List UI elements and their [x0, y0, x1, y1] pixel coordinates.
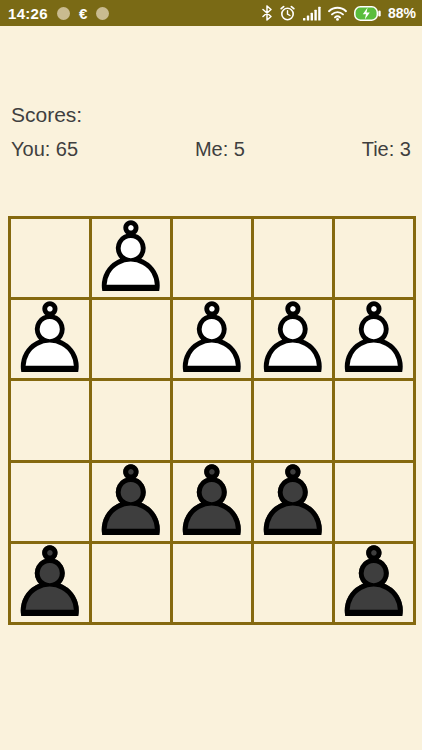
pawn-outline: ♙	[169, 463, 256, 541]
cell-r4c1[interactable]	[11, 463, 89, 541]
pawn-fill: ♟	[169, 300, 256, 378]
pawn-outline: ♙	[88, 219, 175, 297]
wifi-icon	[328, 6, 347, 21]
pawn-fill: ♟	[331, 544, 418, 622]
cell-r5c1[interactable]: ♟♙	[11, 544, 89, 622]
cell-r3c4[interactable]	[254, 381, 332, 459]
bluetooth-icon	[262, 5, 272, 21]
pawn-fill: ♟	[331, 300, 418, 378]
battery-charging-icon	[354, 6, 381, 21]
white-pawn[interactable]: ♟♙	[341, 300, 407, 378]
cell-r4c2[interactable]: ♟♙	[92, 463, 170, 541]
status-bar-left: 14:26 €	[8, 5, 109, 22]
score-me: Me: 5	[195, 138, 245, 161]
black-pawn[interactable]: ♟♙	[341, 544, 407, 622]
cell-r1c4[interactable]	[254, 219, 332, 297]
score-tie: Tie: 3	[362, 138, 411, 161]
cell-r3c1[interactable]	[11, 381, 89, 459]
status-bar: 14:26 €	[0, 0, 422, 26]
score-you: You: 65	[11, 138, 78, 161]
white-pawn[interactable]: ♟♙	[98, 219, 164, 297]
black-pawn[interactable]: ♟♙	[17, 544, 83, 622]
pawn-outline: ♙	[169, 300, 256, 378]
pawn-fill: ♟	[250, 300, 337, 378]
cell-r4c3[interactable]: ♟♙	[173, 463, 251, 541]
cell-r5c2[interactable]	[92, 544, 170, 622]
scores-row: You: 65 Me: 5 Tie: 3	[11, 138, 411, 161]
pawn-outline: ♙	[88, 463, 175, 541]
notification-circle-icon	[57, 7, 70, 20]
battery-percent-text: 88%	[388, 5, 416, 21]
pawn-fill: ♟	[7, 300, 94, 378]
black-pawn[interactable]: ♟♙	[98, 463, 164, 541]
signal-strength-icon	[303, 6, 321, 21]
cell-r2c2[interactable]	[92, 300, 170, 378]
pawn-fill: ♟	[88, 463, 175, 541]
white-pawn[interactable]: ♟♙	[260, 300, 326, 378]
cell-r1c3[interactable]	[173, 219, 251, 297]
pawn-outline: ♙	[331, 544, 418, 622]
pawn-outline: ♙	[250, 463, 337, 541]
board: ♟♙♟♙♟♙♟♙♟♙♟♙♟♙♟♙♟♙♟♙	[8, 216, 416, 625]
pawn-outline: ♙	[331, 300, 418, 378]
pawn-outline: ♙	[7, 300, 94, 378]
euro-notification-icon: €	[79, 5, 87, 22]
black-pawn[interactable]: ♟♙	[260, 463, 326, 541]
alarm-clock-icon	[279, 5, 296, 22]
pawn-outline: ♙	[250, 300, 337, 378]
pawn-fill: ♟	[169, 463, 256, 541]
cell-r1c5[interactable]	[335, 219, 413, 297]
cell-r4c4[interactable]: ♟♙	[254, 463, 332, 541]
cell-r3c3[interactable]	[173, 381, 251, 459]
cell-r5c3[interactable]	[173, 544, 251, 622]
cell-r3c2[interactable]	[92, 381, 170, 459]
black-pawn[interactable]: ♟♙	[179, 463, 245, 541]
pawn-fill: ♟	[88, 219, 175, 297]
status-bar-right: 88%	[262, 5, 416, 22]
cell-r1c2[interactable]: ♟♙	[92, 219, 170, 297]
cell-r2c1[interactable]: ♟♙	[11, 300, 89, 378]
scores-heading: Scores:	[11, 103, 422, 127]
clock-text: 14:26	[8, 5, 48, 22]
notification-circle-icon	[96, 7, 109, 20]
cell-r2c3[interactable]: ♟♙	[173, 300, 251, 378]
cell-r2c5[interactable]: ♟♙	[335, 300, 413, 378]
cell-r4c5[interactable]	[335, 463, 413, 541]
pawn-fill: ♟	[7, 544, 94, 622]
pawn-outline: ♙	[7, 544, 94, 622]
white-pawn[interactable]: ♟♙	[179, 300, 245, 378]
cell-r5c4[interactable]	[254, 544, 332, 622]
cell-r2c4[interactable]: ♟♙	[254, 300, 332, 378]
cell-r1c1[interactable]	[11, 219, 89, 297]
cell-r5c5[interactable]: ♟♙	[335, 544, 413, 622]
white-pawn[interactable]: ♟♙	[17, 300, 83, 378]
pawn-fill: ♟	[250, 463, 337, 541]
cell-r3c5[interactable]	[335, 381, 413, 459]
